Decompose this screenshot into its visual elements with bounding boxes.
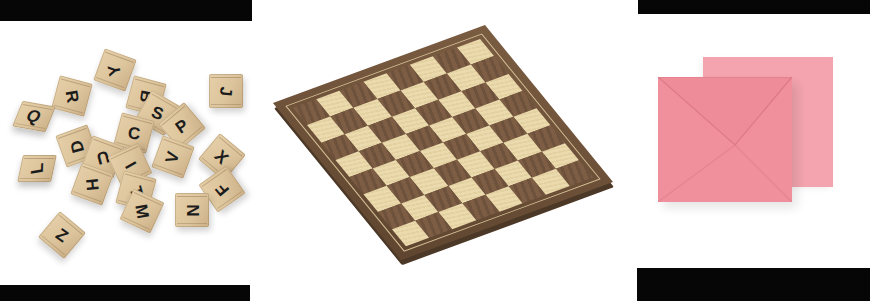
letter-tile-z: Z [38,211,86,259]
tile-letter: C [127,124,141,142]
tile-letter: J [217,86,235,97]
letter-tile-n: N [175,193,209,227]
tile-letter: I [121,159,138,172]
tile-letter: F [212,180,232,199]
tile-letter: Q [24,106,44,125]
tile-letter: Y [106,63,125,77]
tile-letter: D [67,138,87,154]
letter-tile-l: L [17,155,57,182]
envelope-front [658,77,792,202]
tile-letter: P [172,116,191,136]
crop-bar-top-left [0,0,252,21]
chessboard [273,25,613,260]
tile-letter: H [83,177,101,191]
board-grid [293,39,593,246]
crop-bar-top-right [638,0,870,14]
product-collage: YJRBSQPCDUVXILHTFMNZ [0,0,870,301]
tile-letter: Z [53,225,71,245]
tile-letter: L [28,161,46,174]
envelope-front-graphic [658,77,792,202]
tile-letter: X [212,147,232,167]
tile-letter: M [132,203,151,220]
crop-bar-bottom-right [637,268,870,301]
crop-bar-bottom-left [0,285,250,301]
letter-tile-q: Q [12,100,56,131]
letter-tile-j: J [209,74,243,108]
letter-tile-r: R [51,75,93,117]
tile-letter: N [184,204,201,216]
tile-letter: R [63,88,82,103]
tile-letter: V [163,149,182,164]
